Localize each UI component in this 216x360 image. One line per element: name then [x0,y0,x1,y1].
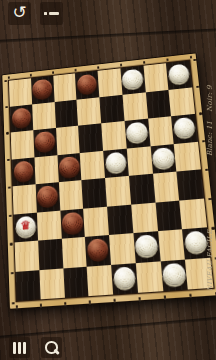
nail-dot [10,243,12,246]
list-icon [44,12,60,15]
square-r3c3 [80,150,105,180]
square-r6c2 [61,237,87,268]
level-label: NIVEAU FACILE [206,229,214,291]
square-r1c2[interactable] [54,99,78,128]
square-r5c7 [179,198,207,229]
plank-seam [0,316,216,339]
nail-dot [6,132,8,134]
score-display: Blanc: 11 Noir: 9 [206,85,214,156]
nail-dot [202,140,205,143]
nail-dot [209,197,212,200]
square-r4c6 [153,172,180,203]
white-piece[interactable] [135,234,158,257]
white-piece[interactable] [113,266,136,289]
black-piece[interactable] [37,185,58,207]
white-piece[interactable] [162,262,186,285]
square-r7c0[interactable] [16,270,41,301]
level-display: NIVEAU FACILE [206,229,214,291]
nail-dot [8,186,10,189]
white-piece[interactable] [168,63,190,84]
square-r3c2[interactable] [57,153,82,183]
nail-dot [190,56,193,58]
white-piece[interactable] [105,151,127,173]
square-r2c3[interactable] [78,123,103,152]
nail-dot [12,302,14,305]
square-r3c1 [34,155,58,184]
board-grid: ♛ [9,61,214,301]
nail-dot [196,85,199,87]
magnifier-icon [45,341,58,354]
nail-dot [113,299,116,302]
square-r6c1[interactable] [38,239,63,270]
score-black-label: Noir: 9 [206,85,214,111]
square-r1c3 [77,97,102,126]
square-r5c5 [131,202,158,233]
square-r1c4[interactable] [99,94,124,123]
app-screen: ♛ Blanc: 11 Noir: 9 NIVEAU FACILE ↺ [0,0,216,360]
nail-dot [8,76,10,78]
square-r0c5[interactable] [120,66,145,95]
nail-dot [215,292,216,295]
square-r6c6 [158,229,186,261]
menu-button[interactable] [9,337,30,358]
square-r4c0 [13,184,37,214]
square-r3c0[interactable] [12,157,36,186]
white-king-piece[interactable]: ♛ [15,215,36,237]
white-piece[interactable] [126,121,148,142]
black-piece[interactable] [13,160,33,181]
nail-dot [138,297,141,300]
black-piece[interactable] [62,211,83,233]
square-r0c0 [9,78,32,106]
square-r7c3 [87,264,113,296]
square-r0c3[interactable] [75,71,99,99]
square-r0c7[interactable] [166,61,192,90]
black-piece[interactable] [59,155,80,177]
square-r1c5 [122,92,147,121]
square-r2c5[interactable] [124,119,150,149]
nail-dot [215,257,216,260]
white-piece[interactable] [173,117,196,139]
plank-seam [0,28,216,43]
square-r3c6[interactable] [150,144,177,174]
square-r5c2[interactable] [60,208,85,239]
undo-button[interactable]: ↺ [8,2,31,25]
square-r1c6[interactable] [145,89,171,118]
black-piece[interactable] [11,107,31,128]
moves-list-button[interactable] [40,2,63,25]
square-r0c6 [143,63,169,92]
square-r5c1 [37,210,62,240]
square-r3c4[interactable] [103,148,129,178]
square-r2c2 [56,126,80,155]
square-r4c4 [105,176,131,206]
zoom-button[interactable] [41,337,62,358]
square-r7c6[interactable] [160,259,188,291]
nail-dot [205,169,208,172]
square-r3c5 [126,146,152,176]
nail-dot [30,74,32,76]
black-piece[interactable] [87,238,109,261]
square-r7c4[interactable] [111,263,138,295]
square-r1c7 [169,87,195,116]
black-piece[interactable] [35,131,55,152]
square-r1c0[interactable] [10,104,33,132]
square-r2c1[interactable] [33,128,57,157]
nail-dot [88,301,91,304]
square-r7c1 [39,268,64,299]
square-r0c4 [98,68,123,97]
square-r7c5 [135,261,162,293]
square-r5c3 [83,206,109,237]
square-r6c3[interactable] [85,235,111,266]
nail-dot [194,59,197,61]
square-r4c7[interactable] [177,169,204,200]
square-r4c5[interactable] [129,174,155,204]
nail-dot [11,272,13,275]
undo-icon: ↺ [12,4,26,21]
nail-dot [64,302,67,305]
square-r5c4[interactable] [107,204,133,235]
nail-dot [164,296,167,299]
checkers-board: ♛ [1,52,216,309]
white-piece[interactable] [122,69,143,90]
nail-dot [97,66,99,68]
square-r0c1[interactable] [31,76,54,104]
nail-dot [166,58,169,60]
nail-dot [143,61,146,63]
square-r5c6[interactable] [155,200,182,231]
nail-dot [16,305,18,308]
nail-dot [120,64,122,66]
nail-dot [4,80,6,82]
nail-dot [7,159,9,161]
square-r4c3[interactable] [82,178,107,208]
menu-bars-icon [13,342,26,354]
square-r6c0 [15,241,40,272]
nail-dot [40,304,43,307]
square-r2c6 [148,116,174,146]
nail-dot [189,294,192,297]
nail-dot [5,106,7,108]
square-r0c2 [53,73,77,101]
square-r2c7[interactable] [171,114,198,144]
square-r3c7 [174,141,201,171]
nail-dot [52,71,54,73]
square-r4c1[interactable] [35,182,59,212]
square-r1c1 [32,102,56,131]
nail-dot [9,214,11,217]
black-piece[interactable] [77,74,98,95]
nail-dot [74,69,76,71]
square-r2c0 [11,130,34,159]
black-piece[interactable] [32,79,52,100]
square-r5c0[interactable]: ♛ [14,212,38,242]
square-r7c2[interactable] [63,266,89,298]
square-r6c4 [109,233,135,264]
white-piece[interactable] [152,146,174,168]
score-white-label: Blanc: 11 [206,121,214,156]
nail-dot [199,112,202,115]
square-r2c4 [101,121,126,150]
king-crown-icon: ♛ [20,219,31,232]
square-r6c5[interactable] [133,231,160,262]
board-frame: ♛ [1,52,216,309]
square-r4c2 [58,180,83,210]
white-piece[interactable] [184,230,208,253]
